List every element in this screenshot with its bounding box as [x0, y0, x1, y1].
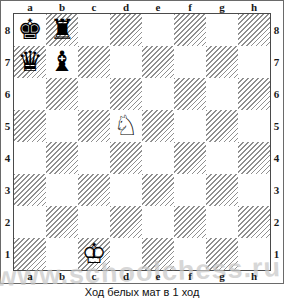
square-b7: ♝ [46, 46, 78, 78]
file-label-d: d [110, 270, 142, 283]
square-a3 [14, 174, 46, 206]
rank-label-5: 5 [1, 110, 14, 142]
square-d3 [110, 174, 142, 206]
black-king: ♚ [14, 14, 46, 46]
rank-label-2: 2 [270, 206, 283, 238]
rank-label-1: 1 [1, 238, 14, 270]
square-d5: ♞♘ [110, 110, 142, 142]
file-label-f: f [174, 1, 206, 14]
file-label-b: b [46, 1, 78, 14]
rank-label-4: 4 [270, 142, 283, 174]
square-c1: ♚♔ [78, 238, 110, 270]
square-c8 [78, 14, 110, 46]
square-d1 [110, 238, 142, 270]
square-a6 [14, 78, 46, 110]
square-a2 [14, 206, 46, 238]
square-e2 [142, 206, 174, 238]
square-e1 [142, 238, 174, 270]
rank-label-2: 2 [1, 206, 14, 238]
file-label-h: h [238, 1, 270, 14]
square-h4 [238, 142, 270, 174]
black-rook-glyph: ♜ [46, 14, 78, 46]
square-a7: ♛ [14, 46, 46, 78]
square-g7 [206, 46, 238, 78]
square-g5 [206, 110, 238, 142]
square-h5 [238, 110, 270, 142]
rank-label-7: 7 [270, 46, 283, 78]
rank-label-7: 7 [1, 46, 14, 78]
square-f7 [174, 46, 206, 78]
square-a5 [14, 110, 46, 142]
square-b1 [46, 238, 78, 270]
rank-label-5: 5 [270, 110, 283, 142]
square-d6 [110, 78, 142, 110]
file-label-c: c [78, 270, 110, 283]
file-label-e: e [142, 1, 174, 14]
square-b5 [46, 110, 78, 142]
square-f1 [174, 238, 206, 270]
rank-label-3: 3 [270, 174, 283, 206]
square-g1 [206, 238, 238, 270]
black-rook: ♜ [46, 14, 78, 46]
square-e6 [142, 78, 174, 110]
coordinate-frame: abcdefgh 87654321 ♚♜♛♝♞♘♚♔ 87654321 abcd… [0, 0, 284, 284]
square-f8 [174, 14, 206, 46]
file-label-h: h [238, 270, 270, 283]
black-queen: ♛ [14, 46, 46, 78]
corner-top-left [1, 1, 14, 14]
file-labels-top: abcdefgh [14, 1, 270, 14]
square-f3 [174, 174, 206, 206]
square-g4 [206, 142, 238, 174]
file-label-a: a [14, 1, 46, 14]
square-b4 [46, 142, 78, 174]
rank-label-8: 8 [1, 14, 14, 46]
file-label-b: b [46, 270, 78, 283]
square-c5 [78, 110, 110, 142]
square-h6 [238, 78, 270, 110]
rank-label-6: 6 [270, 78, 283, 110]
square-d4 [110, 142, 142, 174]
corner-bottom-left [1, 270, 14, 283]
square-b8: ♜ [46, 14, 78, 46]
square-d2 [110, 206, 142, 238]
square-h2 [238, 206, 270, 238]
square-f5 [174, 110, 206, 142]
file-labels-bottom: abcdefgh [14, 270, 270, 283]
rank-label-4: 4 [1, 142, 14, 174]
square-c3 [78, 174, 110, 206]
square-g6 [206, 78, 238, 110]
square-c4 [78, 142, 110, 174]
rank-label-1: 1 [270, 238, 283, 270]
rank-label-6: 6 [1, 78, 14, 110]
corner-bottom-right [270, 270, 283, 283]
white-knight: ♞♘ [110, 110, 142, 142]
square-e5 [142, 110, 174, 142]
square-a4 [14, 142, 46, 174]
file-label-f: f [174, 270, 206, 283]
square-c7 [78, 46, 110, 78]
white-king: ♚♔ [78, 238, 110, 270]
file-label-g: g [206, 1, 238, 14]
square-e3 [142, 174, 174, 206]
square-g3 [206, 174, 238, 206]
rank-labels-right: 87654321 [270, 14, 283, 270]
chess-board: ♚♜♛♝♞♘♚♔ [14, 14, 270, 270]
square-b3 [46, 174, 78, 206]
black-king-glyph: ♚ [14, 14, 46, 46]
square-h1 [238, 238, 270, 270]
white-king-glyph: ♔ [78, 238, 110, 270]
corner-top-right [270, 1, 283, 14]
square-e7 [142, 46, 174, 78]
square-h3 [238, 174, 270, 206]
square-b6 [46, 78, 78, 110]
square-e4 [142, 142, 174, 174]
square-d7 [110, 46, 142, 78]
file-label-a: a [14, 270, 46, 283]
black-bishop: ♝ [46, 46, 78, 78]
square-c2 [78, 206, 110, 238]
square-d8 [110, 14, 142, 46]
square-g2 [206, 206, 238, 238]
square-a8: ♚ [14, 14, 46, 46]
square-h7 [238, 46, 270, 78]
puzzle-caption: Ход белых мат в 1 ход [0, 284, 284, 300]
square-f2 [174, 206, 206, 238]
black-bishop-glyph: ♝ [46, 46, 78, 78]
square-c6 [78, 78, 110, 110]
square-f6 [174, 78, 206, 110]
chess-diagram: abcdefgh 87654321 ♚♜♛♝♞♘♚♔ 87654321 abcd… [0, 0, 284, 300]
white-knight-glyph: ♘ [110, 110, 142, 142]
square-h8 [238, 14, 270, 46]
square-b2 [46, 206, 78, 238]
file-label-g: g [206, 270, 238, 283]
file-label-c: c [78, 1, 110, 14]
rank-label-8: 8 [270, 14, 283, 46]
file-label-e: e [142, 270, 174, 283]
square-a1 [14, 238, 46, 270]
rank-label-3: 3 [1, 174, 14, 206]
square-f4 [174, 142, 206, 174]
square-e8 [142, 14, 174, 46]
black-queen-glyph: ♛ [14, 46, 46, 78]
rank-labels-left: 87654321 [1, 14, 14, 270]
square-g8 [206, 14, 238, 46]
file-label-d: d [110, 1, 142, 14]
